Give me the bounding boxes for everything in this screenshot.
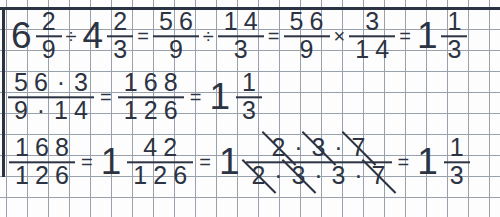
multiply-dot: · (269, 166, 289, 187)
digit-cell: 1 (130, 166, 150, 187)
fraction: 2·3·72·3·3·7 (247, 137, 391, 186)
operator-equals: = (398, 26, 412, 46)
digit-cell: 2 (141, 101, 161, 122)
operator-divide: ÷ (65, 26, 78, 46)
numerator: 1 (444, 11, 464, 32)
numerator: 2 (39, 11, 59, 32)
digit-cell: 9 (297, 40, 317, 61)
digit-cell: 2 (160, 137, 180, 158)
multiply-dot: · (289, 137, 309, 158)
digit-cell: 1 (12, 137, 32, 158)
digit-cell: 7 (349, 137, 369, 158)
digit-cell: 6 (161, 101, 181, 122)
operator-equals: = (136, 26, 150, 46)
digit-cell: 6 (176, 11, 196, 32)
equation-line-3: 168126=142126=12·3·72·3·3·7=113 (10, 137, 469, 186)
digit-cell: 6 (52, 166, 72, 187)
denominator: 9 (297, 40, 317, 61)
digit-cell: 1 (121, 72, 141, 93)
digit-cell: 6 (141, 72, 161, 93)
numerator: 2·3·7 (269, 137, 369, 158)
whole-number: 1 (218, 143, 241, 180)
digit-cell: 4 (71, 101, 91, 122)
denominator: 2·3·3·7 (249, 166, 389, 187)
fraction: 13 (442, 11, 466, 60)
operator-equals: = (397, 152, 411, 172)
graph-paper-canvas: 629÷423=569÷143=569×314=11356·39·14=1681… (0, 0, 500, 217)
equation-line-1: 629÷423=569÷143=569×314=113 (10, 11, 466, 60)
fraction: 13 (237, 72, 261, 121)
digit-cell: 8 (52, 137, 72, 158)
numerator: 42 (140, 137, 180, 158)
digit-cell: 3 (447, 166, 467, 187)
fraction: 569 (285, 11, 329, 60)
denominator: 126 (12, 166, 72, 187)
numerator: 14 (221, 11, 261, 32)
denominator: 3 (239, 101, 259, 122)
operator-equals: = (198, 152, 212, 172)
denominator: 126 (121, 101, 181, 122)
operator-equals: = (99, 87, 113, 107)
digit-cell: 4 (241, 11, 261, 32)
denominator: 14 (352, 40, 392, 61)
digit-cell: 1 (352, 40, 372, 61)
fraction: 569 (154, 11, 198, 60)
digit-cell: 4 (372, 40, 392, 61)
digit-cell: 5 (11, 72, 31, 93)
digit-cell: 3 (329, 166, 349, 187)
multiply-dot: · (329, 137, 349, 158)
numerator: 2 (110, 11, 130, 32)
denominator: 9·14 (11, 101, 91, 122)
digit-cell: 6 (307, 11, 327, 32)
whole-number: 1 (416, 17, 439, 54)
digit-cell: 1 (447, 137, 467, 158)
multiply-dot: · (31, 101, 51, 122)
whole-number: 1 (100, 143, 123, 180)
operator-equals: = (189, 87, 203, 107)
denominator: 3 (110, 40, 130, 61)
operator-equals: = (80, 152, 94, 172)
digit-cell: 3 (231, 40, 251, 61)
numerator: 168 (121, 72, 181, 93)
fraction: 29 (37, 11, 61, 60)
whole-number: 1 (416, 143, 439, 180)
digit-cell: 3 (110, 40, 130, 61)
digit-cell: 3 (239, 101, 259, 122)
digit-cell: 6 (170, 166, 190, 187)
numerator: 56·3 (11, 72, 91, 93)
fraction: 314 (350, 11, 394, 60)
digit-cell: 7 (369, 166, 389, 187)
multiply-dot: · (309, 166, 329, 187)
digit-cell: 8 (161, 72, 181, 93)
digit-cell: 9 (11, 101, 31, 122)
digit-cell: 9 (166, 40, 186, 61)
digit-cell: 1 (51, 101, 71, 122)
fraction: 42126 (128, 137, 192, 186)
denominator: 3 (231, 40, 251, 61)
denominator: 9 (166, 40, 186, 61)
fraction: 168126 (10, 137, 74, 186)
digit-cell: 3 (71, 72, 91, 93)
digit-cell: 3 (362, 11, 382, 32)
operator-equals: = (267, 26, 281, 46)
numerator: 1 (447, 137, 467, 158)
page-border-left (2, 7, 5, 177)
digit-cell: 1 (444, 11, 464, 32)
numerator: 1 (239, 72, 259, 93)
digit-cell: 1 (12, 166, 32, 187)
denominator: 3 (447, 166, 467, 187)
digit-cell: 5 (156, 11, 176, 32)
whole-number: 4 (82, 17, 105, 54)
digit-cell: 2 (39, 11, 59, 32)
digit-cell: 9 (39, 40, 59, 61)
multiply-dot: · (51, 72, 71, 93)
digit-cell: 3 (289, 166, 309, 187)
numerator: 168 (12, 137, 72, 158)
digit-cell: 2 (110, 11, 130, 32)
digit-cell: 2 (150, 166, 170, 187)
operator-divide: ÷ (202, 26, 215, 46)
fraction: 56·39·14 (9, 72, 93, 121)
digit-cell: 3 (444, 40, 464, 61)
whole-number: 1 (208, 78, 231, 115)
operator-multiply: × (333, 26, 347, 46)
digit-cell: 2 (32, 166, 52, 187)
digit-cell: 1 (239, 72, 259, 93)
fraction: 168126 (119, 72, 183, 121)
numerator: 56 (156, 11, 196, 32)
digit-cell: 2 (269, 137, 289, 158)
digit-cell: 4 (140, 137, 160, 158)
equation-line-2: 56·39·14=168126=113 (9, 72, 261, 121)
fraction: 13 (445, 137, 469, 186)
fraction: 143 (219, 11, 263, 60)
whole-number: 6 (10, 17, 33, 54)
numerator: 56 (287, 11, 327, 32)
denominator: 9 (39, 40, 59, 61)
digit-cell: 2 (249, 166, 269, 187)
digit-cell: 1 (121, 101, 141, 122)
denominator: 3 (444, 40, 464, 61)
denominator: 126 (130, 166, 190, 187)
digit-cell: 1 (221, 11, 241, 32)
digit-cell: 6 (31, 72, 51, 93)
numerator: 3 (362, 11, 382, 32)
fraction: 23 (108, 11, 132, 60)
digit-cell: 6 (32, 137, 52, 158)
multiply-dot: · (349, 166, 369, 187)
digit-cell: 5 (287, 11, 307, 32)
digit-cell: 3 (309, 137, 329, 158)
